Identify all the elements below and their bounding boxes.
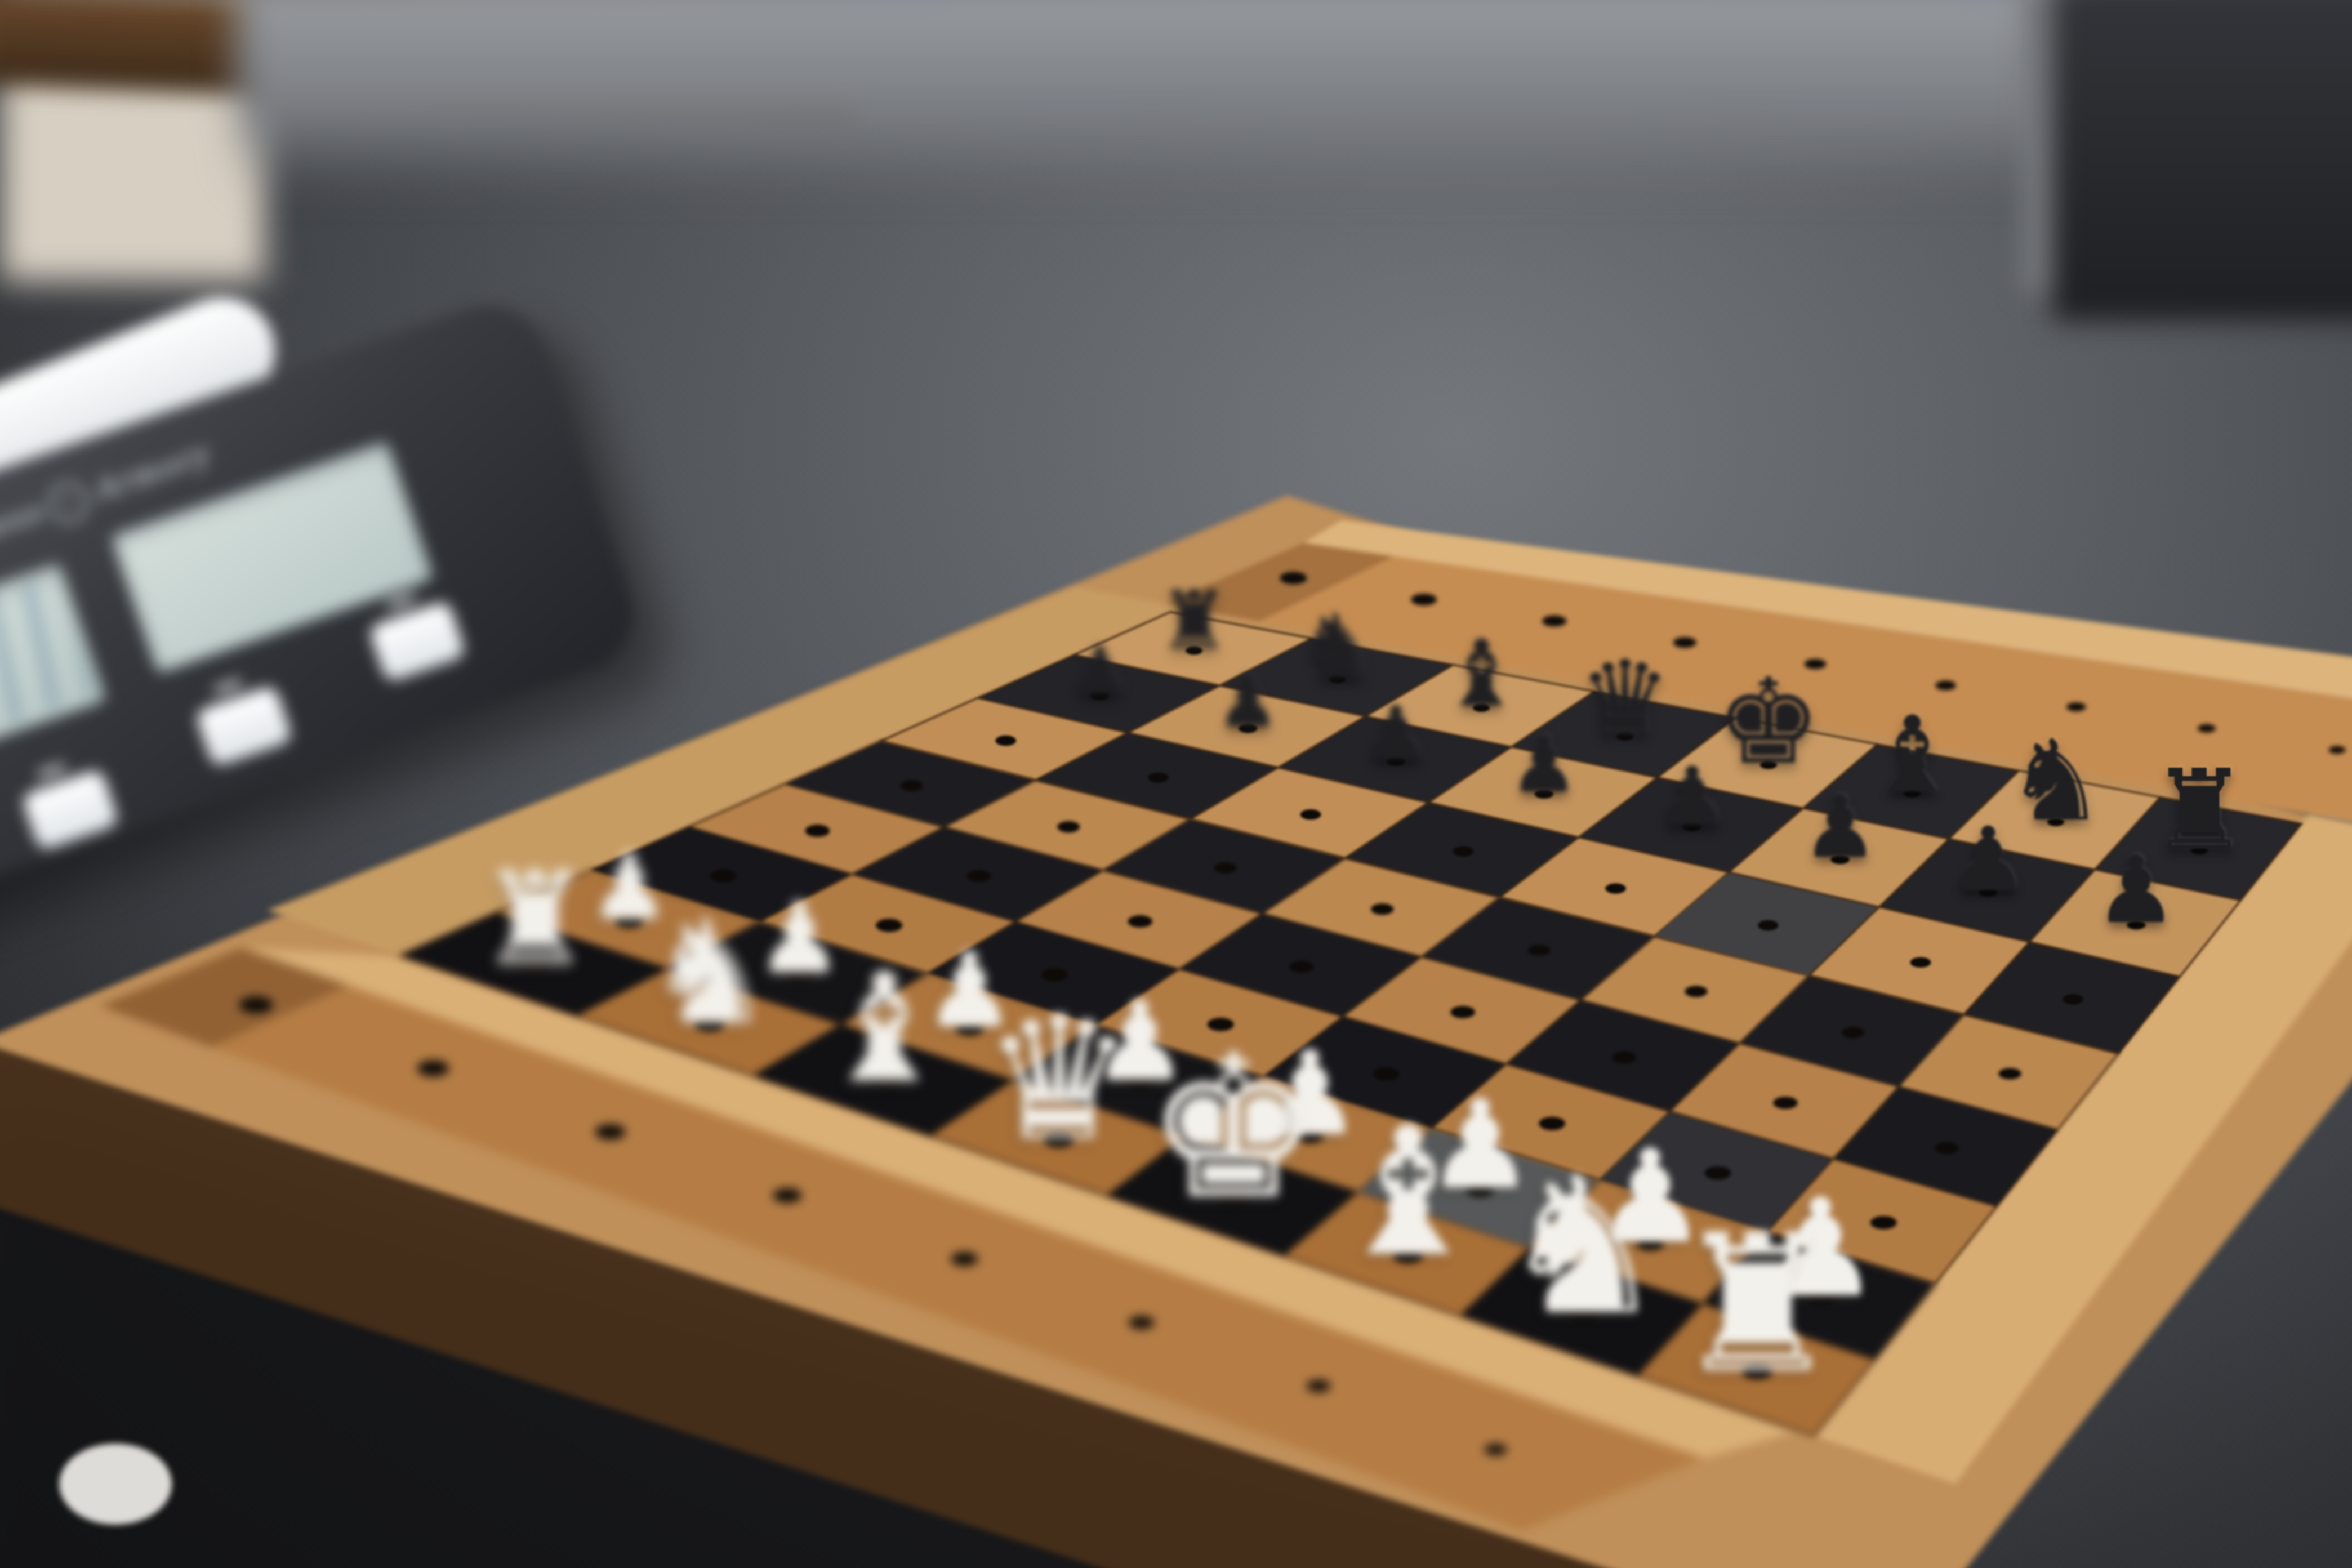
piece-white-queen-d1[interactable]: ♛ — [982, 994, 1135, 1164]
photo-stage: Chess♘Armory ♜♞♟♝♟♛♟♚♝♟♞♟♜♟♟♟♟♜♟♞♟♝♟♟♛♟♚… — [0, 0, 2352, 1568]
piece-black-knight-b8[interactable]: ♞ — [1298, 602, 1378, 691]
piece-black-pawn-e7[interactable]: ♟ — [1656, 756, 1729, 837]
piece-white-knight-b1[interactable]: ♞ — [645, 900, 774, 1044]
piece-black-queen-d8[interactable]: ♛ — [1579, 647, 1671, 750]
piece-black-pawn-g7[interactable]: ♟ — [1949, 815, 2028, 903]
piece-white-rook-a1[interactable]: ♜ — [478, 855, 593, 983]
piece-white-knight-g1[interactable]: ♞ — [1497, 1151, 1668, 1341]
piece-black-bishop-c8[interactable]: ♝ — [1440, 628, 1522, 720]
piece-black-pawn-b7[interactable]: ♟ — [1217, 667, 1279, 737]
piece-white-king-e1[interactable]: ♚ — [1145, 1029, 1322, 1227]
piece-black-pawn-h7[interactable]: ♟ — [2095, 844, 2177, 937]
piece-black-pawn-a7[interactable]: ♟ — [1070, 638, 1129, 703]
piece-white-bishop-c1[interactable]: ♝ — [817, 952, 951, 1103]
pieces-layer: ♜♞♟♝♟♛♟♚♝♟♞♟♜♟♟♟♟♜♟♞♟♝♟♟♛♟♚♟♝♟♞♜ — [0, 0, 2352, 1568]
piece-black-pawn-c7[interactable]: ♟ — [1363, 696, 1429, 770]
piece-black-pawn-d7[interactable]: ♟ — [1509, 726, 1579, 803]
piece-white-bishop-f1[interactable]: ♝ — [1329, 1104, 1487, 1281]
piece-black-rook-a8[interactable]: ♜ — [1158, 580, 1230, 661]
piece-black-bishop-f8[interactable]: ♝ — [1865, 702, 1959, 807]
piece-black-pawn-f7[interactable]: ♟ — [1802, 785, 1878, 870]
piece-white-rook-h1[interactable]: ♜ — [1672, 1209, 1842, 1399]
piece-black-king-e8[interactable]: ♚ — [1716, 662, 1821, 781]
